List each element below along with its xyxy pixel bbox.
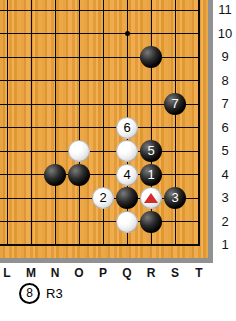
stone-white-P3[interactable]: 2 xyxy=(92,187,114,209)
row-label-5: 5 xyxy=(214,143,236,159)
grid-line-col-R xyxy=(151,0,152,246)
grid-line-row-9 xyxy=(0,57,200,58)
stone-black-O4[interactable] xyxy=(68,164,90,186)
stone-white-Q4[interactable]: 4 xyxy=(116,164,138,186)
col-label-Q: Q xyxy=(119,266,135,280)
stone-white-Q6[interactable]: 6 xyxy=(116,117,138,139)
stone-white-Q5[interactable] xyxy=(116,140,138,162)
col-label-T: T xyxy=(191,266,207,280)
grid-line-col-L xyxy=(7,0,8,246)
row-label-3: 3 xyxy=(214,190,236,206)
row-label-11: 11 xyxy=(214,2,236,18)
stone-black-R4[interactable]: 1 xyxy=(140,164,162,186)
caption: 8R3 xyxy=(19,283,63,305)
col-label-S: S xyxy=(167,266,183,280)
move-coordinate-text: R3 xyxy=(46,283,63,304)
stone-white-R3[interactable] xyxy=(140,187,162,209)
stone-black-N4[interactable] xyxy=(44,164,66,186)
stone-white-Q2[interactable] xyxy=(116,211,138,233)
grid-line-col-N xyxy=(55,0,56,246)
stone-black-S3[interactable]: 3 xyxy=(164,187,186,209)
col-label-M: M xyxy=(23,266,39,280)
grid-line-row-5 xyxy=(0,151,200,152)
col-label-R: R xyxy=(143,266,159,280)
grid-line-row-11 xyxy=(0,10,200,11)
row-label-9: 9 xyxy=(214,49,236,65)
grid-line-row-2 xyxy=(0,221,200,222)
row-label-10: 10 xyxy=(214,26,236,42)
stone-black-Q3[interactable] xyxy=(116,187,138,209)
row-label-1: 1 xyxy=(214,237,236,253)
grid-line-col-S xyxy=(175,0,176,246)
go-board[interactable]: 7654123 xyxy=(0,0,208,258)
grid-line-col-T xyxy=(198,0,200,246)
row-label-6: 6 xyxy=(214,120,236,136)
col-label-N: N xyxy=(47,266,63,280)
grid-line-col-O xyxy=(79,0,80,246)
star-point-Q10 xyxy=(125,31,130,36)
row-label-2: 2 xyxy=(214,214,236,230)
grid-line-row-6 xyxy=(0,127,200,128)
stone-black-R9[interactable] xyxy=(140,46,162,68)
go-diagram: 7654123 LMNOPQRST1110987654321 8R3 xyxy=(0,0,236,321)
grid-line-row-4 xyxy=(0,174,200,175)
row-label-7: 7 xyxy=(214,96,236,112)
stone-black-R5[interactable]: 5 xyxy=(140,140,162,162)
grid-line-col-P xyxy=(103,0,104,246)
row-label-8: 8 xyxy=(214,73,236,89)
grid-line-row-10 xyxy=(0,33,200,34)
grid-line-col-M xyxy=(31,0,32,246)
last-move-triangle-icon xyxy=(144,193,158,203)
col-label-O: O xyxy=(71,266,87,280)
col-label-L: L xyxy=(0,266,15,280)
col-label-P: P xyxy=(95,266,111,280)
grid-line-row-1 xyxy=(0,244,200,246)
stone-black-S7[interactable]: 7 xyxy=(164,93,186,115)
stone-black-R2[interactable] xyxy=(140,211,162,233)
stone-white-O5[interactable] xyxy=(68,140,90,162)
grid-line-row-8 xyxy=(0,80,200,81)
row-label-4: 4 xyxy=(214,167,236,183)
move-number-circled: 8 xyxy=(19,283,40,304)
